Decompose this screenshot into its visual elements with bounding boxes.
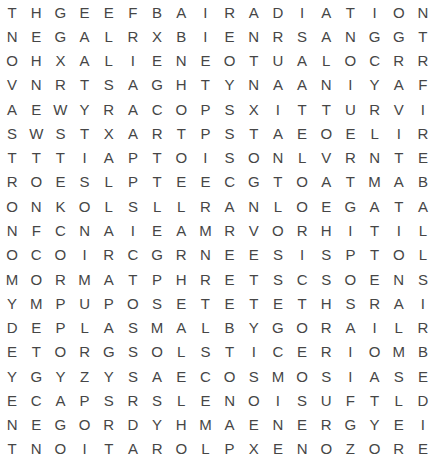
grid-cell-r16c4[interactable]: Z: [72, 364, 96, 388]
grid-cell-r4c5[interactable]: S: [97, 73, 121, 97]
grid-cell-r15c6[interactable]: S: [121, 340, 145, 364]
grid-cell-r1c5[interactable]: E: [97, 0, 121, 24]
grid-cell-r13c9[interactable]: T: [193, 291, 217, 315]
grid-cell-r16c11[interactable]: S: [242, 364, 266, 388]
grid-cell-r16c3[interactable]: Y: [48, 364, 72, 388]
grid-cell-r13c2[interactable]: M: [24, 291, 48, 315]
grid-cell-r16c13[interactable]: O: [290, 364, 314, 388]
grid-cell-r7c8[interactable]: O: [169, 146, 193, 170]
grid-cell-r9c1[interactable]: O: [0, 194, 24, 218]
grid-cell-r13c17[interactable]: A: [387, 291, 411, 315]
grid-cell-r10c3[interactable]: C: [48, 218, 72, 242]
grid-cell-r16c1[interactable]: Y: [0, 364, 24, 388]
grid-cell-r9c18[interactable]: A: [411, 194, 435, 218]
grid-cell-r12c6[interactable]: T: [121, 267, 145, 291]
grid-cell-r18c9[interactable]: M: [193, 412, 217, 436]
grid-cell-r5c13[interactable]: T: [290, 97, 314, 121]
grid-cell-r4c1[interactable]: V: [0, 73, 24, 97]
grid-cell-r18c15[interactable]: G: [338, 412, 362, 436]
grid-cell-r14c16[interactable]: I: [362, 315, 386, 339]
grid-cell-r3c9[interactable]: E: [193, 49, 217, 73]
grid-cell-r3c13[interactable]: A: [290, 49, 314, 73]
grid-cell-r15c10[interactable]: T: [217, 340, 241, 364]
grid-cell-r11c11[interactable]: E: [242, 243, 266, 267]
grid-cell-r2c10[interactable]: E: [217, 24, 241, 48]
grid-cell-r16c5[interactable]: Y: [97, 364, 121, 388]
grid-cell-r15c9[interactable]: S: [193, 340, 217, 364]
grid-cell-r3c4[interactable]: A: [72, 49, 96, 73]
grid-cell-r15c2[interactable]: T: [24, 340, 48, 364]
grid-cell-r4c10[interactable]: Y: [217, 73, 241, 97]
grid-cell-r10c10[interactable]: R: [217, 218, 241, 242]
grid-cell-r7c6[interactable]: P: [121, 146, 145, 170]
grid-cell-r3c6[interactable]: I: [121, 49, 145, 73]
grid-cell-r10c16[interactable]: T: [362, 218, 386, 242]
grid-cell-r14c15[interactable]: A: [338, 315, 362, 339]
grid-cell-r1c8[interactable]: A: [169, 0, 193, 24]
grid-cell-r12c16[interactable]: E: [362, 267, 386, 291]
grid-cell-r19c16[interactable]: O: [362, 437, 386, 461]
grid-cell-r2c17[interactable]: G: [387, 24, 411, 48]
grid-cell-r18c16[interactable]: Y: [362, 412, 386, 436]
grid-cell-r9c7[interactable]: L: [145, 194, 169, 218]
grid-cell-r14c17[interactable]: L: [387, 315, 411, 339]
grid-cell-r6c10[interactable]: S: [217, 121, 241, 145]
grid-cell-r19c13[interactable]: N: [290, 437, 314, 461]
grid-cell-r9c14[interactable]: E: [314, 194, 338, 218]
grid-cell-r10c15[interactable]: I: [338, 218, 362, 242]
grid-cell-r15c14[interactable]: R: [314, 340, 338, 364]
grid-cell-r12c11[interactable]: T: [242, 267, 266, 291]
grid-cell-r1c15[interactable]: T: [338, 0, 362, 24]
grid-cell-r18c3[interactable]: G: [48, 412, 72, 436]
grid-cell-r11c9[interactable]: N: [193, 243, 217, 267]
grid-cell-r5c15[interactable]: U: [338, 97, 362, 121]
grid-cell-r8c5[interactable]: L: [97, 170, 121, 194]
grid-cell-r14c2[interactable]: E: [24, 315, 48, 339]
grid-cell-r17c10[interactable]: N: [217, 388, 241, 412]
grid-cell-r5c18[interactable]: I: [411, 97, 435, 121]
grid-cell-r17c18[interactable]: D: [411, 388, 435, 412]
grid-cell-r19c10[interactable]: P: [217, 437, 241, 461]
grid-cell-r12c14[interactable]: S: [314, 267, 338, 291]
grid-cell-r8c6[interactable]: P: [121, 170, 145, 194]
grid-cell-r17c8[interactable]: L: [169, 388, 193, 412]
grid-cell-r14c8[interactable]: A: [169, 315, 193, 339]
grid-cell-r3c3[interactable]: X: [48, 49, 72, 73]
grid-cell-r5c4[interactable]: Y: [72, 97, 96, 121]
grid-cell-r10c5[interactable]: A: [97, 218, 121, 242]
grid-cell-r11c6[interactable]: C: [121, 243, 145, 267]
grid-cell-r9c17[interactable]: T: [387, 194, 411, 218]
grid-cell-r2c11[interactable]: N: [242, 24, 266, 48]
grid-cell-r13c16[interactable]: R: [362, 291, 386, 315]
grid-cell-r2c15[interactable]: N: [338, 24, 362, 48]
grid-cell-r15c1[interactable]: E: [0, 340, 24, 364]
grid-cell-r9c12[interactable]: L: [266, 194, 290, 218]
grid-cell-r14c6[interactable]: S: [121, 315, 145, 339]
grid-cell-r8c14[interactable]: A: [314, 170, 338, 194]
grid-cell-r8c17[interactable]: A: [387, 170, 411, 194]
grid-cell-r15c17[interactable]: M: [387, 340, 411, 364]
grid-cell-r17c11[interactable]: O: [242, 388, 266, 412]
grid-cell-r18c8[interactable]: H: [169, 412, 193, 436]
grid-cell-r6c13[interactable]: E: [290, 121, 314, 145]
grid-cell-r6c17[interactable]: I: [387, 121, 411, 145]
grid-cell-r17c13[interactable]: S: [290, 388, 314, 412]
grid-cell-r16c9[interactable]: C: [193, 364, 217, 388]
grid-cell-r1c12[interactable]: D: [266, 0, 290, 24]
grid-cell-r2c16[interactable]: G: [362, 24, 386, 48]
grid-cell-r10c2[interactable]: F: [24, 218, 48, 242]
grid-cell-r15c18[interactable]: B: [411, 340, 435, 364]
grid-cell-r11c14[interactable]: S: [314, 243, 338, 267]
grid-cell-r8c12[interactable]: T: [266, 170, 290, 194]
grid-cell-r18c2[interactable]: E: [24, 412, 48, 436]
grid-cell-r6c18[interactable]: R: [411, 121, 435, 145]
grid-cell-r1c13[interactable]: I: [290, 0, 314, 24]
grid-cell-r4c16[interactable]: Y: [362, 73, 386, 97]
grid-cell-r13c6[interactable]: O: [121, 291, 145, 315]
grid-cell-r18c6[interactable]: D: [121, 412, 145, 436]
grid-cell-r10c11[interactable]: V: [242, 218, 266, 242]
grid-cell-r9c4[interactable]: O: [72, 194, 96, 218]
grid-cell-r3c7[interactable]: E: [145, 49, 169, 73]
grid-cell-r12c7[interactable]: P: [145, 267, 169, 291]
grid-cell-r13c12[interactable]: E: [266, 291, 290, 315]
grid-cell-r12c8[interactable]: H: [169, 267, 193, 291]
grid-cell-r3c12[interactable]: U: [266, 49, 290, 73]
grid-cell-r4c4[interactable]: T: [72, 73, 96, 97]
grid-cell-r18c18[interactable]: I: [411, 412, 435, 436]
grid-cell-r14c7[interactable]: M: [145, 315, 169, 339]
grid-cell-r4c6[interactable]: A: [121, 73, 145, 97]
grid-cell-r19c4[interactable]: I: [72, 437, 96, 461]
grid-cell-r6c8[interactable]: T: [169, 121, 193, 145]
grid-cell-r7c14[interactable]: V: [314, 146, 338, 170]
grid-cell-r13c11[interactable]: T: [242, 291, 266, 315]
grid-cell-r5c1[interactable]: A: [0, 97, 24, 121]
grid-cell-r14c12[interactable]: G: [266, 315, 290, 339]
grid-cell-r17c12[interactable]: I: [266, 388, 290, 412]
grid-cell-r4c15[interactable]: I: [338, 73, 362, 97]
grid-cell-r9c16[interactable]: A: [362, 194, 386, 218]
grid-cell-r18c14[interactable]: R: [314, 412, 338, 436]
grid-cell-r5c12[interactable]: I: [266, 97, 290, 121]
grid-cell-r4c14[interactable]: N: [314, 73, 338, 97]
grid-cell-r14c13[interactable]: O: [290, 315, 314, 339]
grid-cell-r8c11[interactable]: G: [242, 170, 266, 194]
grid-cell-r6c2[interactable]: W: [24, 121, 48, 145]
grid-cell-r7c7[interactable]: T: [145, 146, 169, 170]
grid-cell-r7c13[interactable]: L: [290, 146, 314, 170]
grid-cell-r2c6[interactable]: R: [121, 24, 145, 48]
grid-cell-r2c1[interactable]: N: [0, 24, 24, 48]
grid-cell-r9c10[interactable]: A: [217, 194, 241, 218]
grid-cell-r13c14[interactable]: H: [314, 291, 338, 315]
grid-cell-r19c8[interactable]: O: [169, 437, 193, 461]
grid-cell-r14c3[interactable]: P: [48, 315, 72, 339]
grid-cell-r18c12[interactable]: N: [266, 412, 290, 436]
grid-cell-r5c11[interactable]: X: [242, 97, 266, 121]
grid-cell-r4c7[interactable]: G: [145, 73, 169, 97]
grid-cell-r19c2[interactable]: N: [24, 437, 48, 461]
grid-cell-r5c3[interactable]: W: [48, 97, 72, 121]
grid-cell-r14c14[interactable]: R: [314, 315, 338, 339]
grid-cell-r16c8[interactable]: E: [169, 364, 193, 388]
grid-cell-r12c10[interactable]: E: [217, 267, 241, 291]
grid-cell-r16c10[interactable]: O: [217, 364, 241, 388]
grid-cell-r19c11[interactable]: X: [242, 437, 266, 461]
grid-cell-r1c7[interactable]: B: [145, 0, 169, 24]
grid-cell-r15c4[interactable]: R: [72, 340, 96, 364]
grid-cell-r15c13[interactable]: E: [290, 340, 314, 364]
grid-cell-r5c16[interactable]: R: [362, 97, 386, 121]
grid-cell-r10c14[interactable]: H: [314, 218, 338, 242]
grid-cell-r16c14[interactable]: S: [314, 364, 338, 388]
grid-cell-r11c5[interactable]: R: [97, 243, 121, 267]
grid-cell-r6c4[interactable]: T: [72, 121, 96, 145]
grid-cell-r19c15[interactable]: Z: [338, 437, 362, 461]
grid-cell-r5c10[interactable]: S: [217, 97, 241, 121]
grid-cell-r7c12[interactable]: N: [266, 146, 290, 170]
grid-cell-r6c7[interactable]: R: [145, 121, 169, 145]
grid-cell-r8c4[interactable]: S: [72, 170, 96, 194]
grid-cell-r16c2[interactable]: G: [24, 364, 48, 388]
grid-cell-r8c8[interactable]: E: [169, 170, 193, 194]
grid-cell-r4c17[interactable]: A: [387, 73, 411, 97]
grid-cell-r14c18[interactable]: R: [411, 315, 435, 339]
grid-cell-r16c15[interactable]: I: [338, 364, 362, 388]
grid-cell-r14c5[interactable]: A: [97, 315, 121, 339]
grid-cell-r8c10[interactable]: C: [217, 170, 241, 194]
grid-cell-r12c18[interactable]: S: [411, 267, 435, 291]
grid-cell-r5c9[interactable]: P: [193, 97, 217, 121]
grid-cell-r8c18[interactable]: B: [411, 170, 435, 194]
grid-cell-r19c12[interactable]: E: [266, 437, 290, 461]
grid-cell-r14c11[interactable]: Y: [242, 315, 266, 339]
grid-cell-r12c1[interactable]: M: [0, 267, 24, 291]
grid-cell-r13c7[interactable]: S: [145, 291, 169, 315]
grid-cell-r12c12[interactable]: S: [266, 267, 290, 291]
grid-cell-r3c8[interactable]: N: [169, 49, 193, 73]
grid-cell-r13c1[interactable]: Y: [0, 291, 24, 315]
grid-cell-r19c3[interactable]: O: [48, 437, 72, 461]
grid-cell-r7c17[interactable]: T: [387, 146, 411, 170]
grid-cell-r2c4[interactable]: A: [72, 24, 96, 48]
grid-cell-r15c5[interactable]: G: [97, 340, 121, 364]
grid-cell-r16c16[interactable]: A: [362, 364, 386, 388]
grid-cell-r1c14[interactable]: A: [314, 0, 338, 24]
grid-cell-r19c6[interactable]: A: [121, 437, 145, 461]
grid-cell-r19c5[interactable]: T: [97, 437, 121, 461]
grid-cell-r10c8[interactable]: A: [169, 218, 193, 242]
grid-cell-r12c2[interactable]: O: [24, 267, 48, 291]
grid-cell-r8c7[interactable]: T: [145, 170, 169, 194]
grid-cell-r5c8[interactable]: O: [169, 97, 193, 121]
grid-cell-r4c13[interactable]: A: [290, 73, 314, 97]
grid-cell-r8c2[interactable]: O: [24, 170, 48, 194]
grid-cell-r7c9[interactable]: I: [193, 146, 217, 170]
grid-cell-r4c2[interactable]: N: [24, 73, 48, 97]
grid-cell-r11c4[interactable]: I: [72, 243, 96, 267]
grid-cell-r12c13[interactable]: C: [290, 267, 314, 291]
grid-cell-r9c6[interactable]: S: [121, 194, 145, 218]
grid-cell-r13c10[interactable]: E: [217, 291, 241, 315]
grid-cell-r6c12[interactable]: A: [266, 121, 290, 145]
grid-cell-r9c3[interactable]: K: [48, 194, 72, 218]
grid-cell-r2c8[interactable]: B: [169, 24, 193, 48]
grid-cell-r9c15[interactable]: G: [338, 194, 362, 218]
grid-cell-r3c17[interactable]: R: [387, 49, 411, 73]
grid-cell-r19c14[interactable]: O: [314, 437, 338, 461]
grid-cell-r7c5[interactable]: A: [97, 146, 121, 170]
grid-cell-r9c11[interactable]: N: [242, 194, 266, 218]
grid-cell-r3c10[interactable]: O: [217, 49, 241, 73]
grid-cell-r1c3[interactable]: G: [48, 0, 72, 24]
grid-cell-r1c4[interactable]: E: [72, 0, 96, 24]
grid-cell-r17c17[interactable]: L: [387, 388, 411, 412]
grid-cell-r6c1[interactable]: S: [0, 121, 24, 145]
grid-cell-r10c7[interactable]: E: [145, 218, 169, 242]
grid-cell-r10c1[interactable]: N: [0, 218, 24, 242]
grid-cell-r12c17[interactable]: N: [387, 267, 411, 291]
grid-cell-r18c17[interactable]: E: [387, 412, 411, 436]
grid-cell-r2c7[interactable]: X: [145, 24, 169, 48]
grid-cell-r17c14[interactable]: U: [314, 388, 338, 412]
grid-cell-r11c1[interactable]: O: [0, 243, 24, 267]
grid-cell-r5c17[interactable]: V: [387, 97, 411, 121]
grid-cell-r9c13[interactable]: O: [290, 194, 314, 218]
grid-cell-r5c6[interactable]: A: [121, 97, 145, 121]
grid-cell-r16c12[interactable]: M: [266, 364, 290, 388]
grid-cell-r4c9[interactable]: T: [193, 73, 217, 97]
grid-cell-r19c17[interactable]: R: [387, 437, 411, 461]
grid-cell-r1c1[interactable]: T: [0, 0, 24, 24]
grid-cell-r1c16[interactable]: I: [362, 0, 386, 24]
grid-cell-r6c14[interactable]: O: [314, 121, 338, 145]
grid-cell-r12c4[interactable]: M: [72, 267, 96, 291]
grid-cell-r17c5[interactable]: S: [97, 388, 121, 412]
grid-cell-r5c5[interactable]: R: [97, 97, 121, 121]
grid-cell-r15c12[interactable]: C: [266, 340, 290, 364]
grid-cell-r3c11[interactable]: T: [242, 49, 266, 73]
grid-cell-r11c12[interactable]: S: [266, 243, 290, 267]
grid-cell-r15c15[interactable]: I: [338, 340, 362, 364]
grid-cell-r2c2[interactable]: E: [24, 24, 48, 48]
grid-cell-r18c11[interactable]: E: [242, 412, 266, 436]
grid-cell-r13c8[interactable]: E: [169, 291, 193, 315]
grid-cell-r15c16[interactable]: O: [362, 340, 386, 364]
grid-cell-r17c2[interactable]: C: [24, 388, 48, 412]
grid-cell-r7c10[interactable]: S: [217, 146, 241, 170]
grid-cell-r6c5[interactable]: X: [97, 121, 121, 145]
grid-cell-r3c14[interactable]: L: [314, 49, 338, 73]
grid-cell-r18c13[interactable]: E: [290, 412, 314, 436]
grid-cell-r15c7[interactable]: O: [145, 340, 169, 364]
grid-cell-r16c18[interactable]: E: [411, 364, 435, 388]
grid-cell-r16c6[interactable]: S: [121, 364, 145, 388]
grid-cell-r10c6[interactable]: I: [121, 218, 145, 242]
grid-cell-r19c18[interactable]: E: [411, 437, 435, 461]
grid-cell-r18c5[interactable]: R: [97, 412, 121, 436]
grid-cell-r6c9[interactable]: P: [193, 121, 217, 145]
grid-cell-r6c16[interactable]: L: [362, 121, 386, 145]
grid-cell-r10c9[interactable]: M: [193, 218, 217, 242]
grid-cell-r11c16[interactable]: T: [362, 243, 386, 267]
grid-cell-r9c8[interactable]: L: [169, 194, 193, 218]
grid-cell-r5c7[interactable]: C: [145, 97, 169, 121]
grid-cell-r7c11[interactable]: O: [242, 146, 266, 170]
grid-cell-r2c5[interactable]: L: [97, 24, 121, 48]
grid-cell-r14c10[interactable]: B: [217, 315, 241, 339]
grid-cell-r6c6[interactable]: A: [121, 121, 145, 145]
grid-cell-r8c15[interactable]: T: [338, 170, 362, 194]
grid-cell-r7c15[interactable]: R: [338, 146, 362, 170]
grid-cell-r11c17[interactable]: O: [387, 243, 411, 267]
grid-cell-r11c13[interactable]: I: [290, 243, 314, 267]
grid-cell-r6c11[interactable]: T: [242, 121, 266, 145]
grid-cell-r6c15[interactable]: E: [338, 121, 362, 145]
grid-cell-r7c18[interactable]: E: [411, 146, 435, 170]
grid-cell-r13c18[interactable]: I: [411, 291, 435, 315]
grid-cell-r14c9[interactable]: L: [193, 315, 217, 339]
grid-cell-r8c16[interactable]: M: [362, 170, 386, 194]
grid-cell-r10c12[interactable]: O: [266, 218, 290, 242]
grid-cell-r4c12[interactable]: A: [266, 73, 290, 97]
grid-cell-r12c9[interactable]: R: [193, 267, 217, 291]
grid-cell-r8c1[interactable]: R: [0, 170, 24, 194]
grid-cell-r7c4[interactable]: I: [72, 146, 96, 170]
grid-cell-r9c9[interactable]: R: [193, 194, 217, 218]
grid-cell-r7c16[interactable]: N: [362, 146, 386, 170]
grid-cell-r12c3[interactable]: R: [48, 267, 72, 291]
grid-cell-r17c16[interactable]: T: [362, 388, 386, 412]
grid-cell-r10c18[interactable]: L: [411, 218, 435, 242]
grid-cell-r13c15[interactable]: S: [338, 291, 362, 315]
grid-cell-r9c2[interactable]: N: [24, 194, 48, 218]
grid-cell-r4c3[interactable]: R: [48, 73, 72, 97]
grid-cell-r16c17[interactable]: S: [387, 364, 411, 388]
grid-cell-r1c6[interactable]: F: [121, 0, 145, 24]
grid-cell-r8c13[interactable]: O: [290, 170, 314, 194]
grid-cell-r11c15[interactable]: P: [338, 243, 362, 267]
grid-cell-r14c4[interactable]: L: [72, 315, 96, 339]
grid-cell-r1c2[interactable]: H: [24, 0, 48, 24]
grid-cell-r17c3[interactable]: A: [48, 388, 72, 412]
grid-cell-r17c4[interactable]: P: [72, 388, 96, 412]
grid-cell-r1c10[interactable]: R: [217, 0, 241, 24]
grid-cell-r2c9[interactable]: I: [193, 24, 217, 48]
grid-cell-r18c1[interactable]: N: [0, 412, 24, 436]
grid-cell-r3c18[interactable]: R: [411, 49, 435, 73]
grid-cell-r19c7[interactable]: R: [145, 437, 169, 461]
grid-cell-r17c9[interactable]: E: [193, 388, 217, 412]
grid-cell-r13c3[interactable]: P: [48, 291, 72, 315]
grid-cell-r15c8[interactable]: L: [169, 340, 193, 364]
grid-cell-r10c4[interactable]: N: [72, 218, 96, 242]
grid-cell-r17c1[interactable]: E: [0, 388, 24, 412]
grid-cell-r3c15[interactable]: O: [338, 49, 362, 73]
grid-cell-r11c2[interactable]: C: [24, 243, 48, 267]
grid-cell-r8c9[interactable]: E: [193, 170, 217, 194]
grid-cell-r12c15[interactable]: O: [338, 267, 362, 291]
grid-cell-r15c11[interactable]: I: [242, 340, 266, 364]
grid-cell-r11c3[interactable]: O: [48, 243, 72, 267]
grid-cell-r15c3[interactable]: O: [48, 340, 72, 364]
grid-cell-r4c8[interactable]: H: [169, 73, 193, 97]
grid-cell-r2c18[interactable]: T: [411, 24, 435, 48]
